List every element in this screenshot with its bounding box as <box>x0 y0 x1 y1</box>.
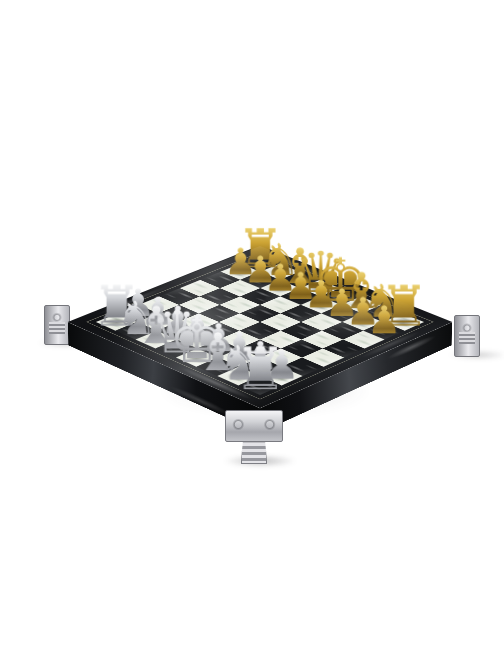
leg-stepped-foot <box>241 442 268 464</box>
square-h1: ♜ <box>239 376 282 395</box>
piece-gold-knight-g8: ♞ <box>359 278 405 324</box>
square-f5 <box>281 322 322 340</box>
piece-contact-shadow <box>368 324 399 337</box>
leg-scroll-cap <box>225 410 283 442</box>
chess-board-frame: ♜♞♝♛♚♝♞♜♟♟♟♟♟♟♟♟♟♟♟♟♟♟♟♟♜♞♝♛♚♝♞♜ <box>68 245 453 408</box>
chess-set-photo: ♜♞♝♛♚♝♞♜♟♟♟♟♟♟♟♟♟♟♟♟♟♟♟♟♜♞♝♛♚♝♞♜ <box>0 0 504 672</box>
board-leg-front <box>225 410 283 464</box>
board-3d-scene: ♜♞♝♛♚♝♞♜♟♟♟♟♟♟♟♟♟♟♟♟♟♟♟♟♜♞♝♛♚♝♞♜ <box>0 0 504 672</box>
piece-contact-shadow <box>244 378 277 392</box>
